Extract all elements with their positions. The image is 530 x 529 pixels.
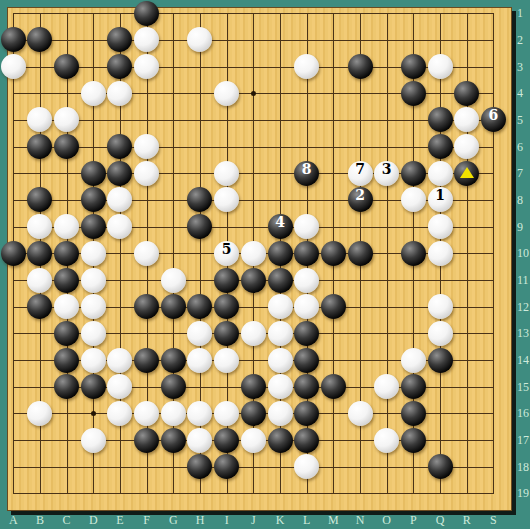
column-label-I: I xyxy=(217,513,237,528)
column-label-M: M xyxy=(323,513,343,528)
column-label-F: F xyxy=(137,513,157,528)
column-label-P: P xyxy=(403,513,423,528)
stone-C10-black xyxy=(54,241,79,266)
stone-G12-black xyxy=(161,294,186,319)
stone-J13-white xyxy=(241,321,266,346)
stone-C11-black xyxy=(54,268,79,293)
stone-F7-white xyxy=(134,161,159,186)
stone-K15-white xyxy=(268,374,293,399)
stone-L17-black xyxy=(294,428,319,453)
stone-P7-black xyxy=(401,161,426,186)
row-label-9: 9 xyxy=(517,220,523,235)
column-label-A: A xyxy=(3,513,23,528)
stone-P10-black xyxy=(401,241,426,266)
stone-G14-black xyxy=(161,348,186,373)
stone-K13-white xyxy=(268,321,293,346)
stone-P17-black xyxy=(401,428,426,453)
stone-E14-white xyxy=(107,348,132,373)
stone-G15-black xyxy=(161,374,186,399)
stone-L16-black xyxy=(294,401,319,426)
stone-F1-black xyxy=(134,1,159,26)
row-label-3: 3 xyxy=(517,60,523,75)
row-label-1: 1 xyxy=(517,6,523,21)
stone-P4-black xyxy=(401,81,426,106)
column-label-R: R xyxy=(457,513,477,528)
row-label-13: 13 xyxy=(517,326,529,341)
stone-I16-white xyxy=(214,401,239,426)
row-label-7: 7 xyxy=(517,166,523,181)
grid-line-h xyxy=(13,493,494,494)
column-label-N: N xyxy=(350,513,370,528)
stone-H17-white xyxy=(187,428,212,453)
stone-Q3-white xyxy=(428,54,453,79)
stone-P16-black xyxy=(401,401,426,426)
stone-B11-white xyxy=(27,268,52,293)
move-number-6: 6 xyxy=(481,107,506,132)
stone-M15-black xyxy=(321,374,346,399)
row-label-6: 6 xyxy=(517,140,523,155)
hoshi-point xyxy=(251,91,256,96)
triangle-marker xyxy=(460,167,474,178)
stone-P14-white xyxy=(401,348,426,373)
stone-A10-black xyxy=(1,241,26,266)
stone-I14-white xyxy=(214,348,239,373)
row-label-16: 16 xyxy=(517,406,529,421)
stone-F17-black xyxy=(134,428,159,453)
stone-D15-black xyxy=(81,374,106,399)
stone-D11-white xyxy=(81,268,106,293)
stone-N10-black xyxy=(348,241,373,266)
stone-N16-white xyxy=(348,401,373,426)
stone-I13-black xyxy=(214,321,239,346)
stone-Q18-black xyxy=(428,454,453,479)
grid-line-v xyxy=(493,13,494,494)
stone-J10-white xyxy=(241,241,266,266)
stone-R4-black xyxy=(454,81,479,106)
stone-K16-white xyxy=(268,401,293,426)
stone-K17-black xyxy=(268,428,293,453)
move-number-4: 4 xyxy=(268,214,293,239)
row-label-12: 12 xyxy=(517,300,529,315)
stone-G11-white xyxy=(161,268,186,293)
move-number-8: 8 xyxy=(294,161,319,186)
stone-K11-black xyxy=(268,268,293,293)
move-number-5: 5 xyxy=(214,241,239,266)
grid-line-h xyxy=(13,467,494,468)
stone-Q14-black xyxy=(428,348,453,373)
column-label-E: E xyxy=(110,513,130,528)
stone-A3-white xyxy=(1,54,26,79)
stone-Q7-white xyxy=(428,161,453,186)
stone-J16-black xyxy=(241,401,266,426)
stone-J11-black xyxy=(241,268,266,293)
column-label-D: D xyxy=(83,513,103,528)
row-label-5: 5 xyxy=(517,113,523,128)
stone-M12-black xyxy=(321,294,346,319)
stone-Q9-white xyxy=(428,214,453,239)
stone-L14-black xyxy=(294,348,319,373)
row-label-19: 19 xyxy=(517,486,529,501)
row-label-2: 2 xyxy=(517,33,523,48)
stone-F14-black xyxy=(134,348,159,373)
column-label-H: H xyxy=(190,513,210,528)
row-label-10: 10 xyxy=(517,246,529,261)
stone-G16-white xyxy=(161,401,186,426)
stone-P15-black xyxy=(401,374,426,399)
stone-J15-black xyxy=(241,374,266,399)
stone-D9-black xyxy=(81,214,106,239)
stone-K12-white xyxy=(268,294,293,319)
row-label-14: 14 xyxy=(517,353,529,368)
column-label-C: C xyxy=(57,513,77,528)
stone-C14-black xyxy=(54,348,79,373)
stone-H14-white xyxy=(187,348,212,373)
stone-P3-black xyxy=(401,54,426,79)
stone-N3-black xyxy=(348,54,373,79)
stone-K14-white xyxy=(268,348,293,373)
stone-L13-black xyxy=(294,321,319,346)
move-number-1: 1 xyxy=(428,187,453,212)
stone-I11-black xyxy=(214,268,239,293)
stone-D12-white xyxy=(81,294,106,319)
stone-O17-white xyxy=(374,428,399,453)
stone-D13-white xyxy=(81,321,106,346)
stone-D4-white xyxy=(81,81,106,106)
row-label-4: 4 xyxy=(517,86,523,101)
row-label-8: 8 xyxy=(517,193,523,208)
stone-L10-black xyxy=(294,241,319,266)
column-label-K: K xyxy=(270,513,290,528)
row-label-18: 18 xyxy=(517,460,529,475)
stone-D7-black xyxy=(81,161,106,186)
hoshi-point xyxy=(91,411,96,416)
column-label-S: S xyxy=(483,513,503,528)
row-label-17: 17 xyxy=(517,433,529,448)
move-number-7: 7 xyxy=(348,161,373,186)
row-label-15: 15 xyxy=(517,380,529,395)
stone-M10-black xyxy=(321,241,346,266)
column-label-O: O xyxy=(377,513,397,528)
grid-line-v xyxy=(387,13,388,494)
column-label-L: L xyxy=(297,513,317,528)
stone-D17-white xyxy=(81,428,106,453)
stone-C13-black xyxy=(54,321,79,346)
stone-Q12-white xyxy=(428,294,453,319)
go-board-screenshot: 12345678 ABCDEFGHIJKLMNOPQRS 12345678910… xyxy=(0,0,530,529)
stone-I4-white xyxy=(214,81,239,106)
column-label-B: B xyxy=(30,513,50,528)
stone-Q10-white xyxy=(428,241,453,266)
column-label-J: J xyxy=(243,513,263,528)
stone-L11-white xyxy=(294,268,319,293)
stone-K10-black xyxy=(268,241,293,266)
column-label-Q: Q xyxy=(430,513,450,528)
stone-I17-black xyxy=(214,428,239,453)
stone-D10-white xyxy=(81,241,106,266)
stone-I7-white xyxy=(214,161,239,186)
stone-J17-white xyxy=(241,428,266,453)
column-label-G: G xyxy=(163,513,183,528)
stone-F16-white xyxy=(134,401,159,426)
stone-Q6-black xyxy=(428,134,453,159)
stone-F10-white xyxy=(134,241,159,266)
move-number-2: 2 xyxy=(348,187,373,212)
stone-D14-white xyxy=(81,348,106,373)
stone-G17-black xyxy=(161,428,186,453)
stone-Q13-white xyxy=(428,321,453,346)
row-label-11: 11 xyxy=(517,273,529,288)
stone-Q5-black xyxy=(428,107,453,132)
move-number-3: 3 xyxy=(374,161,399,186)
